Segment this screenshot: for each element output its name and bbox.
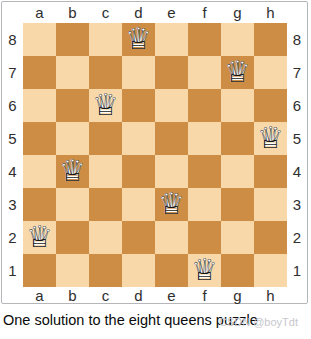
rank-label-right-2: 2	[287, 221, 307, 254]
file-label-top-c: c	[89, 2, 122, 23]
file-label-top-b: b	[56, 2, 89, 23]
square-f1: ♛♕	[188, 254, 221, 287]
square-c1	[89, 254, 122, 287]
square-c7	[89, 56, 122, 89]
square-c2	[89, 221, 122, 254]
square-c5	[89, 122, 122, 155]
square-a3	[23, 188, 56, 221]
square-f8	[188, 23, 221, 56]
file-label-bottom-b: b	[56, 287, 89, 303]
corner-bottom-left	[2, 287, 23, 303]
file-label-bottom-g: g	[221, 287, 254, 303]
file-label-top-a: a	[23, 2, 56, 23]
white-queen-piece: ♛♕	[56, 155, 89, 188]
square-a6	[23, 89, 56, 122]
square-b2	[56, 221, 89, 254]
square-b8	[56, 23, 89, 56]
square-f5	[188, 122, 221, 155]
rank-label-left-3: 3	[2, 188, 23, 221]
square-a4	[23, 155, 56, 188]
square-d5	[122, 122, 155, 155]
square-h3	[254, 188, 287, 221]
square-g2	[221, 221, 254, 254]
white-queen-piece: ♛♕	[122, 23, 155, 56]
square-e8	[155, 23, 188, 56]
white-queen-icon: ♕	[257, 123, 284, 153]
white-queen-icon: ♕	[125, 24, 152, 54]
square-h6	[254, 89, 287, 122]
square-c6: ♛♕	[89, 89, 122, 122]
square-e6	[155, 89, 188, 122]
square-e7	[155, 56, 188, 89]
square-e3: ♛♕	[155, 188, 188, 221]
corner-bottom-right	[287, 287, 307, 303]
white-queen-icon: ♕	[158, 189, 185, 219]
square-d7	[122, 56, 155, 89]
square-e1	[155, 254, 188, 287]
square-b4: ♛♕	[56, 155, 89, 188]
square-f3	[188, 188, 221, 221]
caption: One solution to the eight queens puzzle …	[0, 306, 311, 339]
square-g4	[221, 155, 254, 188]
square-g8	[221, 23, 254, 56]
file-label-bottom-h: h	[254, 287, 287, 303]
square-b6	[56, 89, 89, 122]
white-queen-icon: ♕	[191, 255, 218, 285]
square-h5: ♛♕	[254, 122, 287, 155]
square-g1	[221, 254, 254, 287]
white-queen-icon: ♕	[59, 156, 86, 186]
square-d2	[122, 221, 155, 254]
square-h1	[254, 254, 287, 287]
square-b3	[56, 188, 89, 221]
square-g3	[221, 188, 254, 221]
file-label-bottom-d: d	[122, 287, 155, 303]
file-label-top-g: g	[221, 2, 254, 23]
square-a1	[23, 254, 56, 287]
square-f4	[188, 155, 221, 188]
square-d6	[122, 89, 155, 122]
square-c8	[89, 23, 122, 56]
file-label-bottom-e: e	[155, 287, 188, 303]
rank-label-left-7: 7	[2, 56, 23, 89]
rank-label-left-8: 8	[2, 23, 23, 56]
rank-label-left-1: 1	[2, 254, 23, 287]
square-a8	[23, 23, 56, 56]
rank-label-right-1: 1	[287, 254, 307, 287]
eight-queens-figure: abcdefgh8♛♕87♛♕76♛♕65♛♕54♛♕43♛♕32♛♕21♛♕1…	[0, 0, 311, 339]
file-label-top-h: h	[254, 2, 287, 23]
rank-label-left-6: 6	[2, 89, 23, 122]
white-queen-piece: ♛♕	[254, 122, 287, 155]
square-g6	[221, 89, 254, 122]
rank-label-right-8: 8	[287, 23, 307, 56]
rank-label-right-7: 7	[287, 56, 307, 89]
file-label-bottom-a: a	[23, 287, 56, 303]
square-d3	[122, 188, 155, 221]
file-label-bottom-c: c	[89, 287, 122, 303]
square-a7	[23, 56, 56, 89]
white-queen-piece: ♛♕	[155, 188, 188, 221]
square-a2: ♛♕	[23, 221, 56, 254]
white-queen-piece: ♛♕	[89, 89, 122, 122]
square-e4	[155, 155, 188, 188]
square-d4	[122, 155, 155, 188]
square-d1	[122, 254, 155, 287]
white-queen-piece: ♛♕	[221, 56, 254, 89]
white-queen-piece: ♛♕	[188, 254, 221, 287]
square-b1	[56, 254, 89, 287]
file-label-bottom-f: f	[188, 287, 221, 303]
white-queen-icon: ♕	[92, 90, 119, 120]
white-queen-icon: ♕	[26, 222, 53, 252]
file-label-top-f: f	[188, 2, 221, 23]
corner-top-left	[2, 2, 23, 23]
square-b7	[56, 56, 89, 89]
watermark-text: CSDN @boyTdt	[219, 316, 298, 328]
rank-label-right-4: 4	[287, 155, 307, 188]
file-label-top-e: e	[155, 2, 188, 23]
white-queen-icon: ♕	[224, 57, 251, 87]
square-h7	[254, 56, 287, 89]
rank-label-right-3: 3	[287, 188, 307, 221]
corner-top-right	[287, 2, 307, 23]
square-h4	[254, 155, 287, 188]
rank-label-right-5: 5	[287, 122, 307, 155]
square-d8: ♛♕	[122, 23, 155, 56]
square-h2	[254, 221, 287, 254]
square-c4	[89, 155, 122, 188]
square-f7	[188, 56, 221, 89]
rank-label-right-6: 6	[287, 89, 307, 122]
square-e2	[155, 221, 188, 254]
square-f6	[188, 89, 221, 122]
rank-label-left-4: 4	[2, 155, 23, 188]
chess-diagram-box: abcdefgh8♛♕87♛♕76♛♕65♛♕54♛♕43♛♕32♛♕21♛♕1…	[1, 1, 308, 304]
square-a5	[23, 122, 56, 155]
rank-label-left-2: 2	[2, 221, 23, 254]
file-label-top-d: d	[122, 2, 155, 23]
square-h8	[254, 23, 287, 56]
square-g5	[221, 122, 254, 155]
rank-label-left-5: 5	[2, 122, 23, 155]
square-f2	[188, 221, 221, 254]
square-e5	[155, 122, 188, 155]
square-c3	[89, 188, 122, 221]
white-queen-piece: ♛♕	[23, 221, 56, 254]
square-g7: ♛♕	[221, 56, 254, 89]
board-grid: abcdefgh8♛♕87♛♕76♛♕65♛♕54♛♕43♛♕32♛♕21♛♕1…	[2, 2, 307, 303]
square-b5	[56, 122, 89, 155]
